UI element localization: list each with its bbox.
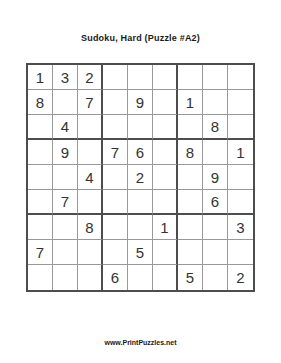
sudoku-cell-r6c8: 6	[203, 190, 228, 215]
sudoku-cell-r9c6	[153, 265, 178, 290]
sudoku-cell-r2c1: 8	[28, 90, 53, 115]
sudoku-cell-r6c6	[153, 190, 178, 215]
sudoku-cell-r7c1	[28, 215, 53, 240]
page-title: Sudoku, Hard (Puzzle #A2)	[0, 33, 281, 43]
sudoku-cell-r4c4: 7	[103, 140, 128, 165]
sudoku-cell-r5c8: 9	[203, 165, 228, 190]
sudoku-cell-r6c3	[78, 190, 103, 215]
sudoku-cell-r6c1	[28, 190, 53, 215]
sudoku-cell-r8c4	[103, 240, 128, 265]
sudoku-cell-r4c8	[203, 140, 228, 165]
sudoku-cell-r4c2: 9	[53, 140, 78, 165]
sudoku-cell-r1c4	[103, 65, 128, 90]
sudoku-cell-r2c7: 1	[178, 90, 203, 115]
sudoku-cell-r8c9	[228, 240, 253, 265]
sudoku-cell-r7c9: 3	[228, 215, 253, 240]
sudoku-cell-r7c7	[178, 215, 203, 240]
sudoku-cell-r8c8	[203, 240, 228, 265]
sudoku-cell-r5c2	[53, 165, 78, 190]
sudoku-cell-r8c6	[153, 240, 178, 265]
sudoku-cell-r5c5: 2	[128, 165, 153, 190]
sudoku-cell-r2c4	[103, 90, 128, 115]
sudoku-cell-r2c8	[203, 90, 228, 115]
sudoku-cell-r5c4	[103, 165, 128, 190]
sudoku-cell-r7c6: 1	[153, 215, 178, 240]
sudoku-cell-r8c1: 7	[28, 240, 53, 265]
sudoku-cell-r3c9	[228, 115, 253, 140]
sudoku-cell-r1c6	[153, 65, 178, 90]
sudoku-cell-r6c7	[178, 190, 203, 215]
sudoku-cell-r6c4	[103, 190, 128, 215]
footer-url: www.PrintPuzzles.net	[0, 339, 281, 346]
sudoku-cell-r4c5: 6	[128, 140, 153, 165]
sudoku-cell-r3c1	[28, 115, 53, 140]
sudoku-cell-r4c1	[28, 140, 53, 165]
sudoku-cell-r9c3	[78, 265, 103, 290]
sudoku-cell-r8c2	[53, 240, 78, 265]
sudoku-cell-r3c8: 8	[203, 115, 228, 140]
sudoku-cell-r4c9: 1	[228, 140, 253, 165]
sudoku-board-container: 132879148976814297681375652	[0, 63, 281, 292]
sudoku-cell-r4c6	[153, 140, 178, 165]
sudoku-cell-r5c9	[228, 165, 253, 190]
sudoku-cell-r9c9: 2	[228, 265, 253, 290]
sudoku-cell-r1c2: 3	[53, 65, 78, 90]
sudoku-cell-r9c1	[28, 265, 53, 290]
sudoku-cell-r5c6	[153, 165, 178, 190]
sudoku-cell-r9c5	[128, 265, 153, 290]
sudoku-cell-r1c3: 2	[78, 65, 103, 90]
sudoku-cell-r2c5: 9	[128, 90, 153, 115]
sudoku-cell-r6c2: 7	[53, 190, 78, 215]
sudoku-cell-r8c7	[178, 240, 203, 265]
sudoku-cell-r4c3	[78, 140, 103, 165]
sudoku-cell-r7c3: 8	[78, 215, 103, 240]
sudoku-cell-r7c4	[103, 215, 128, 240]
sudoku-cell-r8c5: 5	[128, 240, 153, 265]
sudoku-cell-r1c8	[203, 65, 228, 90]
sudoku-cell-r3c6	[153, 115, 178, 140]
sudoku-cell-r2c2	[53, 90, 78, 115]
sudoku-cell-r5c7	[178, 165, 203, 190]
sudoku-cell-r3c5	[128, 115, 153, 140]
sudoku-cell-r9c8	[203, 265, 228, 290]
sudoku-cell-r9c4: 6	[103, 265, 128, 290]
sudoku-cell-r1c7	[178, 65, 203, 90]
sudoku-cell-r9c7: 5	[178, 265, 203, 290]
sudoku-cell-r7c2	[53, 215, 78, 240]
sudoku-cell-r2c9	[228, 90, 253, 115]
sudoku-cell-r6c5	[128, 190, 153, 215]
sudoku-cell-r2c6	[153, 90, 178, 115]
sudoku-cell-r2c3: 7	[78, 90, 103, 115]
sudoku-cell-r6c9	[228, 190, 253, 215]
sudoku-cell-r3c7	[178, 115, 203, 140]
sudoku-cell-r3c3	[78, 115, 103, 140]
sudoku-cell-r1c1: 1	[28, 65, 53, 90]
sudoku-cell-r3c2: 4	[53, 115, 78, 140]
sudoku-cell-r4c7: 8	[178, 140, 203, 165]
sudoku-board: 132879148976814297681375652	[26, 63, 255, 292]
sudoku-cell-r1c9	[228, 65, 253, 90]
sudoku-cell-r7c8	[203, 215, 228, 240]
sudoku-cell-r8c3	[78, 240, 103, 265]
sudoku-cell-r7c5	[128, 215, 153, 240]
sudoku-cell-r1c5	[128, 65, 153, 90]
sudoku-cell-r9c2	[53, 265, 78, 290]
sudoku-cell-r3c4	[103, 115, 128, 140]
sudoku-cell-r5c1	[28, 165, 53, 190]
sudoku-cell-r5c3: 4	[78, 165, 103, 190]
